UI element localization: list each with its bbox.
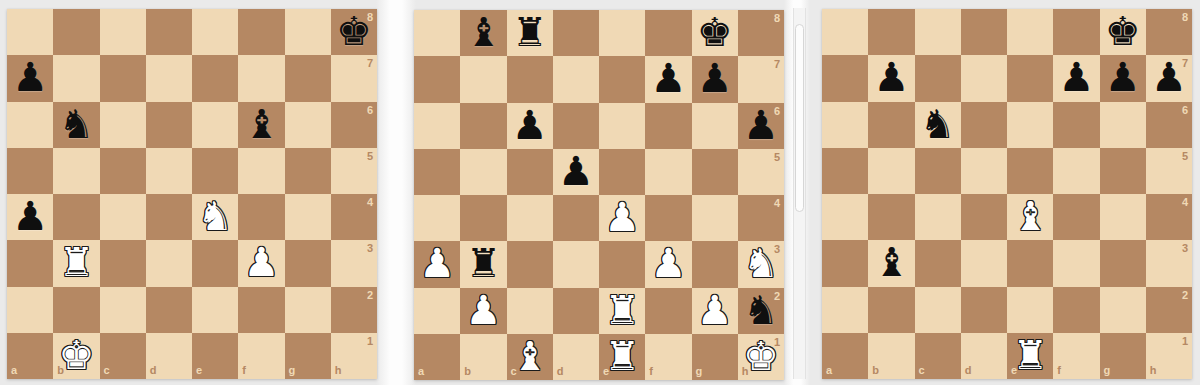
square-f5[interactable] <box>1053 148 1099 194</box>
square-c8[interactable] <box>100 9 146 55</box>
square-b2[interactable]: ♟ <box>460 288 506 334</box>
square-f6[interactable] <box>645 103 691 149</box>
square-c2[interactable] <box>915 287 961 333</box>
square-f8[interactable] <box>1053 9 1099 55</box>
square-a1[interactable]: a <box>822 333 868 379</box>
piece-black-pawn[interactable]: ♟ <box>1058 57 1094 97</box>
square-f7[interactable]: ♟ <box>1053 55 1099 101</box>
rank-label-1: 1 <box>367 336 373 347</box>
square-d2[interactable] <box>961 287 1007 333</box>
piece-white-bishop[interactable]: ♝ <box>1012 196 1048 236</box>
square-h2[interactable]: 2♞ <box>738 288 784 334</box>
square-d2[interactable] <box>553 288 599 334</box>
square-e4[interactable]: ♝ <box>1007 194 1053 240</box>
square-h1[interactable]: 1h♚ <box>738 334 784 380</box>
square-b2[interactable] <box>53 287 99 333</box>
square-a5[interactable] <box>822 148 868 194</box>
square-a7[interactable] <box>822 55 868 101</box>
square-e5[interactable] <box>1007 148 1053 194</box>
square-b7[interactable] <box>53 55 99 101</box>
square-a8[interactable] <box>414 10 460 56</box>
piece-white-pawn[interactable]: ♟ <box>465 290 501 330</box>
piece-black-bishop[interactable]: ♝ <box>873 242 909 282</box>
square-a1[interactable]: a <box>414 334 460 380</box>
square-c4[interactable] <box>100 194 146 240</box>
square-g5[interactable] <box>1100 148 1146 194</box>
square-c6[interactable]: ♟ <box>507 103 553 149</box>
chess-board-2-card: ♝♜♚8♟♟7♟6♟♟5♟4♟♜♟3♞♟♜♟2♞abc♝de♜fg1h♚ <box>414 10 784 380</box>
square-f8[interactable] <box>238 9 284 55</box>
square-g8[interactable] <box>285 9 331 55</box>
square-g6[interactable] <box>285 102 331 148</box>
square-e8[interactable] <box>192 9 238 55</box>
piece-white-pawn[interactable]: ♟ <box>604 197 640 237</box>
square-a5[interactable] <box>7 148 53 194</box>
square-g8[interactable]: ♚ <box>1100 9 1146 55</box>
piece-black-pawn[interactable]: ♟ <box>743 105 779 145</box>
square-f4[interactable] <box>1053 194 1099 240</box>
file-label-c: c <box>104 365 110 376</box>
file-label-f: f <box>649 366 653 377</box>
panel-gap-1 <box>376 0 416 385</box>
square-a2[interactable] <box>414 288 460 334</box>
square-a6[interactable] <box>7 102 53 148</box>
square-h6[interactable]: 6 <box>331 102 377 148</box>
piece-white-pawn[interactable]: ♟ <box>243 242 279 282</box>
square-d8[interactable] <box>146 9 192 55</box>
square-f1[interactable]: f <box>1053 333 1099 379</box>
square-c8[interactable]: ♜ <box>507 10 553 56</box>
square-c4[interactable] <box>507 195 553 241</box>
file-label-d: d <box>150 365 157 376</box>
rank-label-5: 5 <box>774 152 780 163</box>
square-d4[interactable] <box>553 195 599 241</box>
square-d7[interactable] <box>146 55 192 101</box>
square-a4[interactable] <box>822 194 868 240</box>
square-h2[interactable]: 2 <box>1146 287 1192 333</box>
piece-black-pawn[interactable]: ♟ <box>558 151 594 191</box>
piece-black-pawn[interactable]: ♟ <box>12 196 48 236</box>
piece-white-knight[interactable]: ♞ <box>743 243 779 283</box>
chess-board-1-card: 8♚♟7♞♝65♟♞4♜♟32ab♚cdefg1h <box>7 9 377 379</box>
rank-label-2: 2 <box>1182 290 1188 301</box>
piece-black-pawn[interactable]: ♟ <box>1151 57 1187 97</box>
piece-black-knight[interactable]: ♞ <box>743 290 779 330</box>
square-e5[interactable] <box>599 149 645 195</box>
piece-black-bishop[interactable]: ♝ <box>465 12 501 52</box>
square-a5[interactable] <box>414 149 460 195</box>
piece-black-pawn[interactable]: ♟ <box>650 58 686 98</box>
file-label-a: a <box>11 365 17 376</box>
file-label-g: g <box>696 366 703 377</box>
square-b4[interactable] <box>53 194 99 240</box>
square-b6[interactable]: ♞ <box>53 102 99 148</box>
square-c5[interactable] <box>915 148 961 194</box>
rank-label-8: 8 <box>1182 12 1188 23</box>
square-g1[interactable]: g <box>285 333 331 379</box>
piece-black-knight[interactable]: ♞ <box>58 104 94 144</box>
square-c3[interactable] <box>100 240 146 286</box>
square-a4[interactable]: ♟ <box>7 194 53 240</box>
square-d3[interactable] <box>961 240 1007 286</box>
file-label-f: f <box>1057 365 1061 376</box>
square-g3[interactable] <box>1100 240 1146 286</box>
square-a2[interactable] <box>822 287 868 333</box>
rank-label-6: 6 <box>1182 105 1188 116</box>
square-c4[interactable] <box>915 194 961 240</box>
piece-white-rook[interactable]: ♜ <box>604 336 640 376</box>
square-a3[interactable] <box>822 240 868 286</box>
square-b4[interactable] <box>460 195 506 241</box>
file-label-h: h <box>1150 365 1157 376</box>
square-d7[interactable] <box>961 55 1007 101</box>
file-label-c: c <box>919 365 925 376</box>
square-g1[interactable]: g <box>692 334 738 380</box>
square-f7[interactable] <box>238 55 284 101</box>
square-c3[interactable] <box>507 241 553 287</box>
square-f8[interactable] <box>645 10 691 56</box>
rank-label-7: 7 <box>774 59 780 70</box>
file-label-d: d <box>557 366 564 377</box>
square-f6[interactable]: ♝ <box>238 102 284 148</box>
panel-gap-2 <box>784 0 810 385</box>
square-e6[interactable] <box>599 103 645 149</box>
square-e3[interactable] <box>599 241 645 287</box>
piece-black-rook[interactable]: ♜ <box>465 243 501 283</box>
chess-board-3[interactable]: ♚8♟♟♟7♟♞65♝4♝32abcde♜fg1h <box>822 9 1192 379</box>
square-e2[interactable]: ♜ <box>599 288 645 334</box>
square-c1[interactable]: c♝ <box>507 334 553 380</box>
square-b6[interactable] <box>460 103 506 149</box>
square-b6[interactable] <box>868 102 914 148</box>
square-f2[interactable] <box>1053 287 1099 333</box>
rank-label-7: 7 <box>367 58 373 69</box>
square-b3[interactable]: ♜ <box>460 241 506 287</box>
square-b8[interactable] <box>53 9 99 55</box>
square-f5[interactable] <box>238 148 284 194</box>
chess-board-2[interactable]: ♝♜♚8♟♟7♟6♟♟5♟4♟♜♟3♞♟♜♟2♞abc♝de♜fg1h♚ <box>414 10 784 380</box>
square-c7[interactable] <box>915 55 961 101</box>
square-g5[interactable] <box>692 149 738 195</box>
chess-board-3-card: ♚8♟♟♟7♟♞65♝4♝32abcde♜fg1h <box>822 9 1192 379</box>
square-d7[interactable] <box>553 56 599 102</box>
square-a8[interactable] <box>822 9 868 55</box>
square-d4[interactable] <box>146 194 192 240</box>
square-e1[interactable]: e <box>192 333 238 379</box>
piece-white-king[interactable]: ♚ <box>58 335 94 375</box>
rank-label-8: 8 <box>774 13 780 24</box>
square-g2[interactable] <box>285 287 331 333</box>
square-a7[interactable]: ♟ <box>7 55 53 101</box>
square-d4[interactable] <box>961 194 1007 240</box>
square-c3[interactable] <box>915 240 961 286</box>
square-c5[interactable] <box>507 149 553 195</box>
square-g7[interactable]: ♟ <box>1100 55 1146 101</box>
square-d8[interactable] <box>961 9 1007 55</box>
square-b1[interactable]: b <box>460 334 506 380</box>
square-c8[interactable] <box>915 9 961 55</box>
square-e7[interactable] <box>1007 55 1053 101</box>
piece-black-rook[interactable]: ♜ <box>512 12 548 52</box>
square-g5[interactable] <box>285 148 331 194</box>
square-d3[interactable] <box>553 241 599 287</box>
square-d1[interactable]: d <box>553 334 599 380</box>
square-g3[interactable] <box>285 240 331 286</box>
square-f3[interactable]: ♟ <box>238 240 284 286</box>
square-h5[interactable]: 5 <box>331 148 377 194</box>
piece-black-pawn[interactable]: ♟ <box>873 57 909 97</box>
piece-white-pawn[interactable]: ♟ <box>697 290 733 330</box>
square-d5[interactable] <box>961 148 1007 194</box>
square-h2[interactable]: 2 <box>331 287 377 333</box>
square-c7[interactable] <box>100 55 146 101</box>
square-f6[interactable] <box>1053 102 1099 148</box>
square-c2[interactable] <box>507 288 553 334</box>
square-h6[interactable]: 6♟ <box>738 103 784 149</box>
vertical-scrollbar-thumb[interactable] <box>795 24 804 212</box>
square-a4[interactable] <box>414 195 460 241</box>
square-c1[interactable]: c <box>100 333 146 379</box>
square-e5[interactable] <box>192 148 238 194</box>
square-b5[interactable] <box>868 148 914 194</box>
square-h8[interactable]: 8♚ <box>331 9 377 55</box>
square-b5[interactable] <box>53 148 99 194</box>
square-g8[interactable]: ♚ <box>692 10 738 56</box>
square-g7[interactable] <box>285 55 331 101</box>
square-e6[interactable] <box>1007 102 1053 148</box>
square-b3[interactable]: ♜ <box>53 240 99 286</box>
piece-black-king[interactable]: ♚ <box>336 11 372 51</box>
square-f4[interactable] <box>645 195 691 241</box>
square-d6[interactable] <box>553 103 599 149</box>
file-label-b: b <box>872 365 879 376</box>
square-e2[interactable] <box>1007 287 1053 333</box>
piece-white-pawn[interactable]: ♟ <box>650 243 686 283</box>
square-d6[interactable] <box>146 102 192 148</box>
square-c2[interactable] <box>100 287 146 333</box>
square-a6[interactable] <box>822 102 868 148</box>
square-f3[interactable]: ♟ <box>645 241 691 287</box>
square-e4[interactable]: ♟ <box>599 195 645 241</box>
file-label-a: a <box>418 366 424 377</box>
square-h3[interactable]: 3♞ <box>738 241 784 287</box>
rank-label-4: 4 <box>367 197 373 208</box>
square-e7[interactable] <box>192 55 238 101</box>
square-h8[interactable]: 8 <box>738 10 784 56</box>
square-f3[interactable] <box>1053 240 1099 286</box>
piece-black-pawn[interactable]: ♟ <box>512 105 548 145</box>
rank-label-3: 3 <box>367 243 373 254</box>
piece-black-pawn[interactable]: ♟ <box>1105 57 1141 97</box>
square-e8[interactable] <box>599 10 645 56</box>
square-b3[interactable]: ♝ <box>868 240 914 286</box>
rank-label-5: 5 <box>367 151 373 162</box>
square-d8[interactable] <box>553 10 599 56</box>
square-h3[interactable]: 3 <box>331 240 377 286</box>
piece-black-king[interactable]: ♚ <box>697 12 733 52</box>
square-b4[interactable] <box>868 194 914 240</box>
square-g2[interactable]: ♟ <box>692 288 738 334</box>
square-b8[interactable] <box>868 9 914 55</box>
square-a2[interactable] <box>7 287 53 333</box>
file-label-g: g <box>1104 365 1111 376</box>
square-f1[interactable]: f <box>645 334 691 380</box>
square-a6[interactable] <box>414 103 460 149</box>
file-label-d: d <box>965 365 972 376</box>
square-g7[interactable]: ♟ <box>692 56 738 102</box>
file-label-g: g <box>289 365 296 376</box>
square-h5[interactable]: 5 <box>1146 148 1192 194</box>
square-b1[interactable]: b <box>868 333 914 379</box>
square-e2[interactable] <box>192 287 238 333</box>
square-g2[interactable] <box>1100 287 1146 333</box>
page: 8♚♟7♞♝65♟♞4♜♟32ab♚cdefg1h ♝♜♚8♟♟7♟6♟♟5♟4… <box>0 0 1200 385</box>
square-h4[interactable]: 4 <box>331 194 377 240</box>
square-g4[interactable] <box>692 195 738 241</box>
square-h7[interactable]: 7 <box>331 55 377 101</box>
square-g4[interactable] <box>1100 194 1146 240</box>
square-g1[interactable]: g <box>1100 333 1146 379</box>
square-f4[interactable] <box>238 194 284 240</box>
square-h8[interactable]: 8 <box>1146 9 1192 55</box>
square-e3[interactable] <box>1007 240 1053 286</box>
square-e3[interactable] <box>192 240 238 286</box>
square-d1[interactable]: d <box>146 333 192 379</box>
square-e7[interactable] <box>599 56 645 102</box>
square-g6[interactable] <box>1100 102 1146 148</box>
square-f1[interactable]: f <box>238 333 284 379</box>
square-a7[interactable] <box>414 56 460 102</box>
square-e1[interactable]: e♜ <box>1007 333 1053 379</box>
piece-black-king[interactable]: ♚ <box>1105 11 1141 51</box>
rank-label-5: 5 <box>1182 151 1188 162</box>
rank-label-4: 4 <box>774 198 780 209</box>
square-a8[interactable] <box>7 9 53 55</box>
square-c6[interactable]: ♞ <box>915 102 961 148</box>
square-b7[interactable]: ♟ <box>868 55 914 101</box>
file-label-e: e <box>196 365 202 376</box>
piece-white-rook[interactable]: ♜ <box>604 290 640 330</box>
square-h3[interactable]: 3 <box>1146 240 1192 286</box>
file-label-b: b <box>464 366 471 377</box>
file-label-a: a <box>826 365 832 376</box>
square-e1[interactable]: e♜ <box>599 334 645 380</box>
square-d5[interactable]: ♟ <box>553 149 599 195</box>
piece-black-knight[interactable]: ♞ <box>920 104 956 144</box>
piece-white-knight[interactable]: ♞ <box>197 196 233 236</box>
square-e8[interactable] <box>1007 9 1053 55</box>
vertical-scrollbar-track[interactable] <box>793 8 806 379</box>
square-g3[interactable] <box>692 241 738 287</box>
square-a3[interactable] <box>7 240 53 286</box>
square-b7[interactable] <box>460 56 506 102</box>
square-f2[interactable] <box>238 287 284 333</box>
file-label-f: f <box>242 365 246 376</box>
piece-white-bishop[interactable]: ♝ <box>512 336 548 376</box>
square-h7[interactable]: 7 <box>738 56 784 102</box>
square-g4[interactable] <box>285 194 331 240</box>
square-d2[interactable] <box>146 287 192 333</box>
rank-label-2: 2 <box>367 290 373 301</box>
piece-white-pawn[interactable]: ♟ <box>419 243 455 283</box>
square-e6[interactable] <box>192 102 238 148</box>
square-h6[interactable]: 6 <box>1146 102 1192 148</box>
square-f2[interactable] <box>645 288 691 334</box>
square-d3[interactable] <box>146 240 192 286</box>
square-g6[interactable] <box>692 103 738 149</box>
square-h4[interactable]: 4 <box>738 195 784 241</box>
square-e4[interactable]: ♞ <box>192 194 238 240</box>
square-d6[interactable] <box>961 102 1007 148</box>
square-h7[interactable]: 7♟ <box>1146 55 1192 101</box>
square-b1[interactable]: b♚ <box>53 333 99 379</box>
square-h4[interactable]: 4 <box>1146 194 1192 240</box>
square-c5[interactable] <box>100 148 146 194</box>
square-b2[interactable] <box>868 287 914 333</box>
square-c1[interactable]: c <box>915 333 961 379</box>
square-b5[interactable] <box>460 149 506 195</box>
rank-label-3: 3 <box>1182 243 1188 254</box>
rank-label-1: 1 <box>1182 336 1188 347</box>
square-h1[interactable]: 1h <box>1146 333 1192 379</box>
square-b8[interactable]: ♝ <box>460 10 506 56</box>
piece-white-rook[interactable]: ♜ <box>58 242 94 282</box>
square-a3[interactable]: ♟ <box>414 241 460 287</box>
chess-board-1[interactable]: 8♚♟7♞♝65♟♞4♜♟32ab♚cdefg1h <box>7 9 377 379</box>
piece-white-rook[interactable]: ♜ <box>1012 335 1048 375</box>
square-d1[interactable]: d <box>961 333 1007 379</box>
piece-black-pawn[interactable]: ♟ <box>697 58 733 98</box>
square-h5[interactable]: 5 <box>738 149 784 195</box>
square-f7[interactable]: ♟ <box>645 56 691 102</box>
piece-black-bishop[interactable]: ♝ <box>243 104 279 144</box>
square-c7[interactable] <box>507 56 553 102</box>
piece-black-pawn[interactable]: ♟ <box>12 57 48 97</box>
square-a1[interactable]: a <box>7 333 53 379</box>
square-h1[interactable]: 1h <box>331 333 377 379</box>
rank-label-6: 6 <box>367 105 373 116</box>
piece-white-king[interactable]: ♚ <box>743 336 779 376</box>
square-c6[interactable] <box>100 102 146 148</box>
square-f5[interactable] <box>645 149 691 195</box>
rank-label-4: 4 <box>1182 197 1188 208</box>
square-d5[interactable] <box>146 148 192 194</box>
file-label-h: h <box>335 365 342 376</box>
